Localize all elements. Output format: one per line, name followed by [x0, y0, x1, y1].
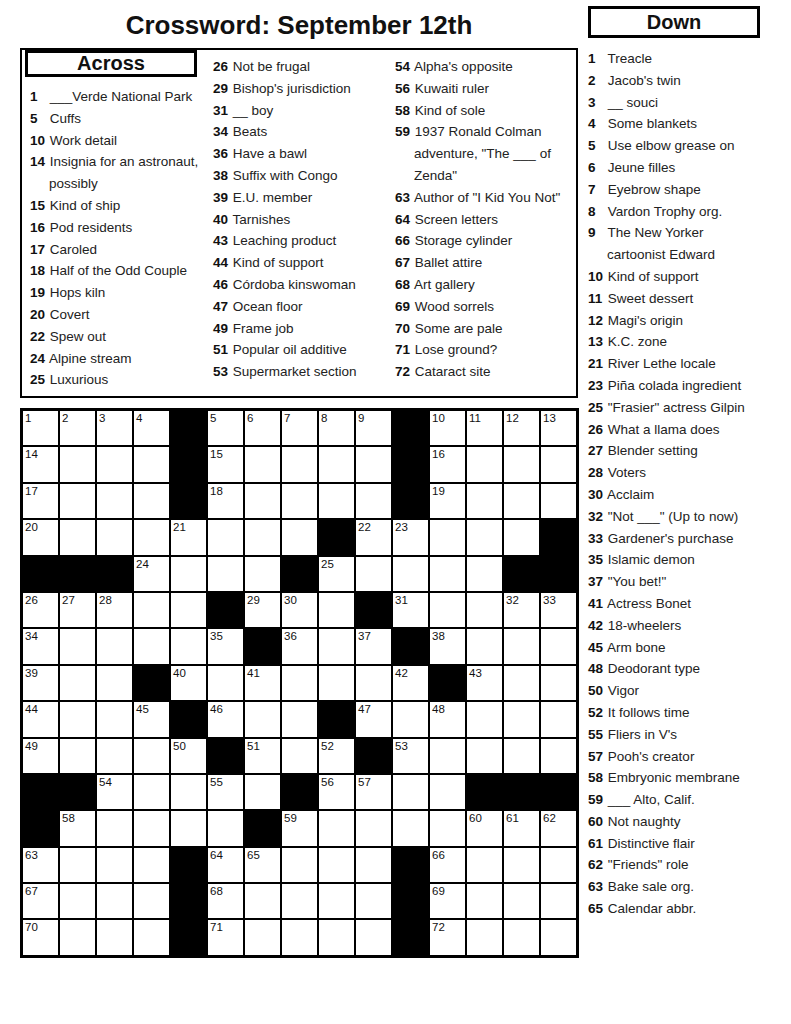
cell-r7c3[interactable]	[96, 628, 133, 664]
cell-r1c9[interactable]: 8	[318, 410, 355, 446]
cell-r8c7[interactable]: 41	[244, 665, 281, 701]
cell-r9c15[interactable]	[540, 701, 577, 737]
clue-text: Screen letters	[411, 212, 498, 227]
clue-text: Blender setting	[604, 443, 698, 458]
cell-r2c8[interactable]	[281, 446, 318, 482]
clue-38: 38 Suffix with Congo	[213, 165, 395, 187]
cell-r14c6[interactable]: 68	[207, 883, 244, 919]
cell-r7c15[interactable]	[540, 628, 577, 664]
cell-r8c14[interactable]	[503, 665, 540, 701]
cell-r5c4[interactable]: 24	[133, 556, 170, 592]
cell-r12c10[interactable]	[355, 810, 392, 846]
cell-r3c12[interactable]: 19	[429, 483, 466, 519]
cell-r7c2[interactable]	[59, 628, 96, 664]
cell-r2c13[interactable]	[466, 446, 503, 482]
clue-number: 37	[588, 571, 604, 593]
black-cell-r14c5	[170, 883, 207, 919]
clue-1: 1 Treacle	[588, 48, 758, 70]
cell-number: 45	[136, 702, 149, 716]
cell-r11c10[interactable]: 57	[355, 774, 392, 810]
cell-r15c2[interactable]	[59, 919, 96, 955]
cell-r15c9[interactable]	[318, 919, 355, 955]
clue-number: 28	[588, 462, 604, 484]
cell-r3c9[interactable]	[318, 483, 355, 519]
cell-r4c2[interactable]	[59, 519, 96, 555]
cell-r15c6[interactable]: 71	[207, 919, 244, 955]
clue-text: Vigor	[604, 683, 639, 698]
cell-r2c3[interactable]	[96, 446, 133, 482]
cell-r4c12[interactable]	[429, 519, 466, 555]
cell-r1c1[interactable]: 1	[22, 410, 59, 446]
cell-number: 46	[210, 702, 223, 716]
clue-number: 34	[213, 121, 229, 143]
cell-r8c2[interactable]	[59, 665, 96, 701]
cell-r4c7[interactable]	[244, 519, 281, 555]
cell-r12c13[interactable]: 60	[466, 810, 503, 846]
cell-number: 39	[25, 666, 38, 680]
cell-r3c10[interactable]	[355, 483, 392, 519]
across-clue-column-2: 26 Not be frugal29 Bishop's jurisdiction…	[213, 56, 395, 383]
cell-number: 62	[543, 811, 556, 825]
cell-r11c3[interactable]: 54	[96, 774, 133, 810]
clue-number: 21	[588, 353, 604, 375]
cell-r15c4[interactable]	[133, 919, 170, 955]
cell-r14c13[interactable]	[466, 883, 503, 919]
cell-r1c12[interactable]: 10	[429, 410, 466, 446]
clue-text: "Friends" role	[604, 857, 689, 872]
clue-67: 67 Ballet attire	[395, 252, 567, 274]
cell-r6c11[interactable]: 31	[392, 592, 429, 628]
clue-number: 15	[30, 195, 46, 217]
cell-r14c12[interactable]: 69	[429, 883, 466, 919]
cell-r15c15[interactable]	[540, 919, 577, 955]
black-cell-r9c5	[170, 701, 207, 737]
cell-r1c8[interactable]: 7	[281, 410, 318, 446]
cell-r2c10[interactable]	[355, 446, 392, 482]
cell-number: 32	[506, 593, 519, 607]
clue-text: Art gallery	[411, 277, 475, 292]
cell-r7c13[interactable]	[466, 628, 503, 664]
black-cell-r7c11	[392, 628, 429, 664]
clue-number: 63	[588, 876, 604, 898]
cell-r3c4[interactable]	[133, 483, 170, 519]
cell-r12c4[interactable]	[133, 810, 170, 846]
cell-r5c9[interactable]: 25	[318, 556, 355, 592]
cell-r9c7[interactable]	[244, 701, 281, 737]
cell-r9c12[interactable]: 48	[429, 701, 466, 737]
clue-25: 25 Luxurious	[30, 369, 217, 391]
cell-r4c1[interactable]: 20	[22, 519, 59, 555]
clue-10: 10 Kind of support	[588, 266, 758, 288]
clue-30: 30 Acclaim	[588, 484, 758, 506]
cell-r15c1[interactable]: 70	[22, 919, 59, 955]
clue-text: 18-wheelers	[604, 618, 681, 633]
cell-r12c6[interactable]	[207, 810, 244, 846]
clue-number: 46	[213, 274, 229, 296]
cell-r13c10[interactable]	[355, 847, 392, 883]
cell-r7c9[interactable]	[318, 628, 355, 664]
cell-r4c3[interactable]	[96, 519, 133, 555]
cell-r2c9[interactable]	[318, 446, 355, 482]
cell-number: 27	[62, 593, 75, 607]
cell-r13c4[interactable]	[133, 847, 170, 883]
clue-number: 52	[588, 702, 604, 724]
clue-71: 71 Lose ground?	[395, 339, 567, 361]
cell-number: 19	[432, 484, 445, 498]
cell-number: 28	[99, 593, 112, 607]
clue-text: Jeune filles	[604, 160, 675, 175]
cell-r6c3[interactable]: 28	[96, 592, 133, 628]
clue-text: River Lethe locale	[604, 356, 716, 371]
cell-r3c3[interactable]	[96, 483, 133, 519]
cell-r9c10[interactable]: 47	[355, 701, 392, 737]
cell-r8c8[interactable]	[281, 665, 318, 701]
cell-r8c13[interactable]: 43	[466, 665, 503, 701]
cell-r12c12[interactable]	[429, 810, 466, 846]
clue-52: 52 It follows time	[588, 702, 758, 724]
clue-number: 9	[588, 222, 604, 244]
black-cell-r13c11	[392, 847, 429, 883]
cell-r13c13[interactable]	[466, 847, 503, 883]
cell-number: 2	[62, 411, 68, 425]
cell-r8c10[interactable]	[355, 665, 392, 701]
cell-r8c3[interactable]	[96, 665, 133, 701]
clue-64: 64 Screen letters	[395, 209, 567, 231]
cell-r13c7[interactable]: 65	[244, 847, 281, 883]
cell-r10c15[interactable]	[540, 738, 577, 774]
cell-r10c8[interactable]	[281, 738, 318, 774]
cell-r14c4[interactable]	[133, 883, 170, 919]
clue-16: 16 Pod residents	[30, 217, 217, 239]
cell-r13c9[interactable]	[318, 847, 355, 883]
clue-number: 42	[588, 615, 604, 637]
cell-r10c2[interactable]	[59, 738, 96, 774]
clue-number: 56	[395, 78, 411, 100]
cell-r4c5[interactable]: 21	[170, 519, 207, 555]
cell-r15c13[interactable]	[466, 919, 503, 955]
cell-r9c3[interactable]	[96, 701, 133, 737]
clue-text: ___Verde National Park	[46, 89, 192, 104]
cell-r8c15[interactable]	[540, 665, 577, 701]
cell-r2c14[interactable]	[503, 446, 540, 482]
cell-number: 29	[247, 593, 260, 607]
cell-r4c4[interactable]	[133, 519, 170, 555]
clue-number: 68	[395, 274, 411, 296]
cell-r3c8[interactable]	[281, 483, 318, 519]
cell-r1c3[interactable]: 3	[96, 410, 133, 446]
cell-r1c13[interactable]: 11	[466, 410, 503, 446]
clue-58: 58 Kind of sole	[395, 100, 567, 122]
cell-r8c5[interactable]: 40	[170, 665, 207, 701]
cell-r11c4[interactable]	[133, 774, 170, 810]
clue-text: Kind of support	[604, 269, 699, 284]
clue-text: Kuwaiti ruler	[411, 81, 489, 96]
cell-r10c9[interactable]: 52	[318, 738, 355, 774]
clue-number: 58	[395, 100, 411, 122]
cell-r5c10[interactable]	[355, 556, 392, 592]
cell-r1c2[interactable]: 2	[59, 410, 96, 446]
cell-r6c9[interactable]	[318, 592, 355, 628]
cell-r15c14[interactable]	[503, 919, 540, 955]
cell-r12c15[interactable]: 62	[540, 810, 577, 846]
cell-r2c6[interactable]: 15	[207, 446, 244, 482]
cell-r2c4[interactable]	[133, 446, 170, 482]
clue-text: 1937 Ronald Colman adventure, "The ___ o…	[411, 124, 551, 183]
cell-number: 67	[25, 884, 38, 898]
cell-number: 49	[25, 739, 38, 753]
cell-number: 58	[62, 811, 75, 825]
clue-3: 3 __ souci	[588, 92, 758, 114]
cell-r10c3[interactable]	[96, 738, 133, 774]
clue-number: 12	[588, 310, 604, 332]
cell-r12c3[interactable]	[96, 810, 133, 846]
cell-r7c6[interactable]: 35	[207, 628, 244, 664]
cell-r4c14[interactable]	[503, 519, 540, 555]
cell-r14c8[interactable]	[281, 883, 318, 919]
cell-r3c6[interactable]: 18	[207, 483, 244, 519]
cell-r13c14[interactable]	[503, 847, 540, 883]
clue-40: 40 Tarnishes	[213, 209, 395, 231]
clue-34: 34 Beats	[213, 121, 395, 143]
cell-r8c9[interactable]	[318, 665, 355, 701]
cell-number: 72	[432, 920, 445, 934]
cell-r12c11[interactable]	[392, 810, 429, 846]
clue-number: 6	[588, 157, 604, 179]
cell-r7c5[interactable]	[170, 628, 207, 664]
cell-r6c7[interactable]: 29	[244, 592, 281, 628]
clue-text: Not be frugal	[229, 59, 310, 74]
cell-r8c1[interactable]: 39	[22, 665, 59, 701]
cell-r7c4[interactable]	[133, 628, 170, 664]
cell-r4c10[interactable]: 22	[355, 519, 392, 555]
black-cell-r11c15	[540, 774, 577, 810]
cell-r2c1[interactable]: 14	[22, 446, 59, 482]
across-clue-column-3: 54 Alpha's opposite56 Kuwaiti ruler58 Ki…	[395, 56, 567, 383]
cell-r3c2[interactable]	[59, 483, 96, 519]
cell-r6c4[interactable]	[133, 592, 170, 628]
cell-r13c12[interactable]: 66	[429, 847, 466, 883]
black-cell-r5c8	[281, 556, 318, 592]
cell-number: 14	[25, 447, 38, 461]
cell-r11c11[interactable]	[392, 774, 429, 810]
black-cell-r6c10	[355, 592, 392, 628]
cell-number: 23	[395, 520, 408, 534]
cell-r11c7[interactable]	[244, 774, 281, 810]
black-cell-r8c12	[429, 665, 466, 701]
cell-r2c12[interactable]: 16	[429, 446, 466, 482]
clue-number: 58	[588, 767, 604, 789]
cell-r6c13[interactable]	[466, 592, 503, 628]
cell-number: 7	[284, 411, 290, 425]
cell-r4c8[interactable]	[281, 519, 318, 555]
cell-r5c7[interactable]	[244, 556, 281, 592]
cell-r1c4[interactable]: 4	[133, 410, 170, 446]
clue-number: 3	[588, 92, 604, 114]
clue-number: 1	[30, 86, 46, 108]
cell-r12c5[interactable]	[170, 810, 207, 846]
clue-text: Luxurious	[46, 372, 108, 387]
cell-r15c8[interactable]	[281, 919, 318, 955]
black-cell-r11c2	[59, 774, 96, 810]
clue-text: Sweet dessert	[604, 291, 693, 306]
clue-number: 36	[213, 143, 229, 165]
cell-number: 33	[543, 593, 556, 607]
clue-54: 54 Alpha's opposite	[395, 56, 567, 78]
cell-r14c9[interactable]	[318, 883, 355, 919]
cell-r6c14[interactable]: 32	[503, 592, 540, 628]
cell-r6c8[interactable]: 30	[281, 592, 318, 628]
clue-number: 26	[588, 419, 604, 441]
cell-r12c14[interactable]: 61	[503, 810, 540, 846]
cell-r10c12[interactable]	[429, 738, 466, 774]
black-cell-r5c3	[96, 556, 133, 592]
cell-r11c6[interactable]: 55	[207, 774, 244, 810]
cell-r9c13[interactable]	[466, 701, 503, 737]
black-cell-r12c7	[244, 810, 281, 846]
clue-text: Córdoba kinswoman	[229, 277, 356, 292]
cell-r11c12[interactable]	[429, 774, 466, 810]
cell-r10c7[interactable]: 51	[244, 738, 281, 774]
cell-r3c7[interactable]	[244, 483, 281, 519]
cell-r6c1[interactable]: 26	[22, 592, 59, 628]
cell-r13c2[interactable]	[59, 847, 96, 883]
clue-text: Hops kiln	[46, 285, 105, 300]
cell-r6c5[interactable]	[170, 592, 207, 628]
cell-r9c1[interactable]: 44	[22, 701, 59, 737]
cell-number: 5	[210, 411, 216, 425]
cell-r10c14[interactable]	[503, 738, 540, 774]
cell-r6c2[interactable]: 27	[59, 592, 96, 628]
cell-r8c6[interactable]	[207, 665, 244, 701]
cell-r2c15[interactable]	[540, 446, 577, 482]
clue-57: 57 Pooh's creator	[588, 746, 758, 768]
black-cell-r15c5	[170, 919, 207, 955]
cell-r1c7[interactable]: 6	[244, 410, 281, 446]
clue-1: 1 ___Verde National Park	[30, 86, 217, 108]
clue-text: Treacle	[604, 51, 652, 66]
cell-r12c2[interactable]: 58	[59, 810, 96, 846]
cell-r3c15[interactable]	[540, 483, 577, 519]
cell-r1c15[interactable]: 13	[540, 410, 577, 446]
cell-r12c8[interactable]: 59	[281, 810, 318, 846]
cell-r11c9[interactable]: 56	[318, 774, 355, 810]
cell-r4c11[interactable]: 23	[392, 519, 429, 555]
cell-r3c1[interactable]: 17	[22, 483, 59, 519]
cell-r10c1[interactable]: 49	[22, 738, 59, 774]
black-cell-r5c14	[503, 556, 540, 592]
cell-r14c15[interactable]	[540, 883, 577, 919]
cell-r7c12[interactable]: 38	[429, 628, 466, 664]
clue-text: "Not ___" (Up to now)	[604, 509, 738, 524]
clue-41: 41 Actress Bonet	[588, 593, 758, 615]
clue-24: 24 Alpine stream	[30, 348, 217, 370]
clue-number: 38	[213, 165, 229, 187]
cell-r7c1[interactable]: 34	[22, 628, 59, 664]
cell-r5c6[interactable]	[207, 556, 244, 592]
clue-text: Bishop's jurisdiction	[229, 81, 351, 96]
cell-r5c12[interactable]	[429, 556, 466, 592]
clue-56: 56 Kuwaiti ruler	[395, 78, 567, 100]
page-title: Crossword: September 12th	[20, 10, 578, 41]
cell-r10c5[interactable]: 50	[170, 738, 207, 774]
cell-r14c1[interactable]: 67	[22, 883, 59, 919]
cell-r3c14[interactable]	[503, 483, 540, 519]
clue-number: 64	[395, 209, 411, 231]
clue-number: 51	[213, 339, 229, 361]
cell-r4c13[interactable]	[466, 519, 503, 555]
clue-text: Cataract site	[411, 364, 491, 379]
cell-r15c7[interactable]	[244, 919, 281, 955]
clue-number: 49	[213, 318, 229, 340]
cell-r15c10[interactable]	[355, 919, 392, 955]
clue-62: 62 "Friends" role	[588, 854, 758, 876]
cell-r15c3[interactable]	[96, 919, 133, 955]
cell-r10c13[interactable]	[466, 738, 503, 774]
cell-number: 56	[321, 775, 334, 789]
cell-r9c4[interactable]: 45	[133, 701, 170, 737]
black-cell-r3c5	[170, 483, 207, 519]
cell-r5c5[interactable]	[170, 556, 207, 592]
clue-text: Embryonic membrane	[604, 770, 740, 785]
cell-r9c14[interactable]	[503, 701, 540, 737]
clue-number: 8	[588, 201, 604, 223]
cell-r9c6[interactable]: 46	[207, 701, 244, 737]
cell-r9c2[interactable]	[59, 701, 96, 737]
cell-r15c12[interactable]: 72	[429, 919, 466, 955]
cell-r7c14[interactable]	[503, 628, 540, 664]
clue-17: 17 Caroled	[30, 239, 217, 261]
cell-r4c6[interactable]	[207, 519, 244, 555]
cell-r14c7[interactable]	[244, 883, 281, 919]
cell-r5c13[interactable]	[466, 556, 503, 592]
clue-number: 20	[30, 304, 46, 326]
cell-r2c2[interactable]	[59, 446, 96, 482]
cell-r13c8[interactable]	[281, 847, 318, 883]
cell-r3c13[interactable]	[466, 483, 503, 519]
clue-text: Distinctive flair	[604, 836, 695, 851]
cell-r5c11[interactable]	[392, 556, 429, 592]
cell-r1c6[interactable]: 5	[207, 410, 244, 446]
cell-r14c2[interactable]	[59, 883, 96, 919]
cell-r13c6[interactable]: 64	[207, 847, 244, 883]
cell-r14c3[interactable]	[96, 883, 133, 919]
cell-r12c9[interactable]	[318, 810, 355, 846]
cell-r2c7[interactable]	[244, 446, 281, 482]
cell-r6c15[interactable]: 33	[540, 592, 577, 628]
cell-r11c5[interactable]	[170, 774, 207, 810]
cell-r1c10[interactable]: 9	[355, 410, 392, 446]
cell-r9c8[interactable]	[281, 701, 318, 737]
cell-number: 50	[173, 739, 186, 753]
cell-r9c11[interactable]	[392, 701, 429, 737]
cell-r10c11[interactable]: 53	[392, 738, 429, 774]
cell-r13c3[interactable]	[96, 847, 133, 883]
cell-r8c11[interactable]: 42	[392, 665, 429, 701]
clue-50: 50 Vigor	[588, 680, 758, 702]
clue-number: 23	[588, 375, 604, 397]
cell-r14c10[interactable]	[355, 883, 392, 919]
cell-r1c14[interactable]: 12	[503, 410, 540, 446]
cell-number: 60	[469, 811, 482, 825]
cell-r7c8[interactable]: 36	[281, 628, 318, 664]
cell-r14c14[interactable]	[503, 883, 540, 919]
cell-r6c12[interactable]	[429, 592, 466, 628]
cell-r13c15[interactable]	[540, 847, 577, 883]
cell-number: 6	[247, 411, 253, 425]
cell-r7c10[interactable]: 37	[355, 628, 392, 664]
cell-r13c1[interactable]: 63	[22, 847, 59, 883]
cell-r10c4[interactable]	[133, 738, 170, 774]
